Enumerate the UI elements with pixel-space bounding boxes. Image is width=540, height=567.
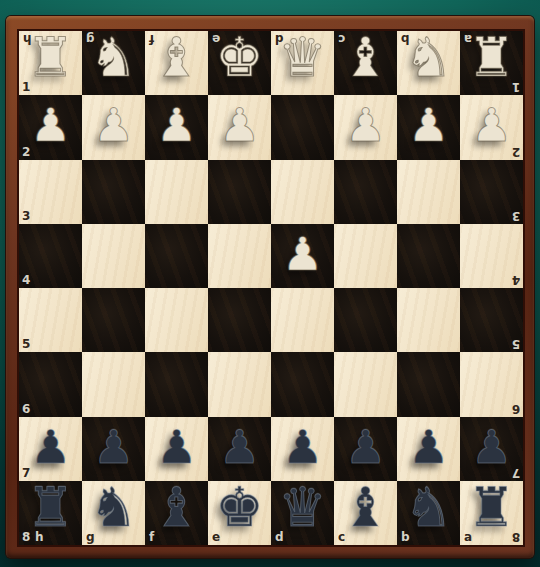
square-d4[interactable]: ♟: [271, 224, 334, 288]
file-label-top-a: a: [464, 33, 472, 45]
square-g2[interactable]: ♟: [82, 95, 145, 159]
black-pawn-piece: ♟: [145, 415, 208, 479]
table-background: ♜h1♞g♝f♚e♛d♝c♞b♜a1♟2♟♟♟♟♟♟2334♟45566♟7♟♟…: [0, 0, 540, 567]
rank-label-left-3: 3: [22, 210, 30, 222]
black-pawn-piece: ♟: [271, 415, 334, 479]
square-a6[interactable]: 6: [460, 352, 523, 416]
file-label-bottom-f: f: [149, 531, 154, 543]
square-d6[interactable]: [271, 352, 334, 416]
rank-label-left-5: 5: [22, 338, 30, 350]
square-f6[interactable]: [145, 352, 208, 416]
square-f8[interactable]: ♝f: [145, 481, 208, 545]
rank-label-right-1: 1: [512, 81, 520, 93]
square-g3[interactable]: [82, 160, 145, 224]
square-h8[interactable]: ♜h8: [19, 481, 82, 545]
file-label-top-c: c: [338, 33, 345, 45]
square-a5[interactable]: 5: [460, 288, 523, 352]
square-d3[interactable]: [271, 160, 334, 224]
square-a4[interactable]: 4: [460, 224, 523, 288]
board-frame: ♜h1♞g♝f♚e♛d♝c♞b♜a1♟2♟♟♟♟♟♟2334♟45566♟7♟♟…: [6, 16, 534, 558]
rank-label-left-2: 2: [22, 146, 30, 158]
rank-label-left-8: 8: [22, 531, 30, 543]
black-pawn-piece: ♟: [208, 415, 271, 479]
square-b8[interactable]: ♞b: [397, 481, 460, 545]
square-a7[interactable]: ♟7: [460, 417, 523, 481]
file-label-top-e: e: [212, 33, 220, 45]
square-a8[interactable]: ♜a8: [460, 481, 523, 545]
square-d1[interactable]: ♛d: [271, 31, 334, 95]
white-bishop-piece: ♝: [145, 26, 208, 90]
square-b7[interactable]: ♟: [397, 417, 460, 481]
square-h4[interactable]: 4: [19, 224, 82, 288]
square-c3[interactable]: [334, 160, 397, 224]
square-b1[interactable]: ♞b: [397, 31, 460, 95]
square-h7[interactable]: ♟7: [19, 417, 82, 481]
file-label-top-b: b: [401, 33, 410, 45]
rank-label-left-1: 1: [22, 81, 30, 93]
square-b6[interactable]: [397, 352, 460, 416]
square-d2[interactable]: [271, 95, 334, 159]
file-label-bottom-h: h: [35, 531, 44, 543]
white-pawn-piece: ♟: [145, 93, 208, 157]
file-label-top-d: d: [275, 33, 284, 45]
rank-label-right-7: 7: [512, 467, 520, 479]
black-bishop-piece: ♝: [145, 476, 208, 540]
square-h5[interactable]: 5: [19, 288, 82, 352]
square-b4[interactable]: [397, 224, 460, 288]
rank-label-left-6: 6: [22, 403, 30, 415]
square-d5[interactable]: [271, 288, 334, 352]
square-b5[interactable]: [397, 288, 460, 352]
square-c8[interactable]: ♝c: [334, 481, 397, 545]
square-g6[interactable]: [82, 352, 145, 416]
square-e1[interactable]: ♚e: [208, 31, 271, 95]
square-h3[interactable]: 3: [19, 160, 82, 224]
square-e5[interactable]: [208, 288, 271, 352]
rank-label-left-7: 7: [22, 467, 30, 479]
white-pawn-piece: ♟: [334, 93, 397, 157]
square-c6[interactable]: [334, 352, 397, 416]
square-d7[interactable]: ♟: [271, 417, 334, 481]
black-pawn-piece: ♟: [397, 415, 460, 479]
square-c1[interactable]: ♝c: [334, 31, 397, 95]
square-f1[interactable]: ♝f: [145, 31, 208, 95]
file-label-bottom-c: c: [338, 531, 345, 543]
rank-label-left-4: 4: [22, 274, 30, 286]
square-g8[interactable]: ♞g: [82, 481, 145, 545]
square-a3[interactable]: 3: [460, 160, 523, 224]
black-pawn-piece: ♟: [82, 415, 145, 479]
file-label-bottom-g: g: [86, 531, 95, 543]
square-e7[interactable]: ♟: [208, 417, 271, 481]
white-pawn-piece: ♟: [82, 93, 145, 157]
white-pawn-piece: ♟: [397, 93, 460, 157]
square-c2[interactable]: ♟: [334, 95, 397, 159]
square-f7[interactable]: ♟: [145, 417, 208, 481]
square-c7[interactable]: ♟: [334, 417, 397, 481]
rank-label-right-2: 2: [512, 146, 520, 158]
square-b3[interactable]: [397, 160, 460, 224]
square-h2[interactable]: ♟2: [19, 95, 82, 159]
square-e8[interactable]: ♚e: [208, 481, 271, 545]
square-e2[interactable]: ♟: [208, 95, 271, 159]
square-g4[interactable]: [82, 224, 145, 288]
file-label-top-h: h: [23, 33, 32, 45]
square-a2[interactable]: ♟2: [460, 95, 523, 159]
white-pawn-piece: ♟: [208, 93, 271, 157]
square-c5[interactable]: [334, 288, 397, 352]
square-a1[interactable]: ♜a1: [460, 31, 523, 95]
rank-label-right-6: 6: [512, 403, 520, 415]
square-g1[interactable]: ♞g: [82, 31, 145, 95]
chess-board: ♜h1♞g♝f♚e♛d♝c♞b♜a1♟2♟♟♟♟♟♟2334♟45566♟7♟♟…: [19, 31, 523, 545]
rank-label-right-5: 5: [512, 338, 520, 350]
file-label-bottom-e: e: [212, 531, 220, 543]
rank-label-right-3: 3: [512, 210, 520, 222]
square-f4[interactable]: [145, 224, 208, 288]
square-f2[interactable]: ♟: [145, 95, 208, 159]
square-d8[interactable]: ♛d: [271, 481, 334, 545]
file-label-bottom-a: a: [464, 531, 472, 543]
square-f3[interactable]: [145, 160, 208, 224]
square-e3[interactable]: [208, 160, 271, 224]
square-h6[interactable]: 6: [19, 352, 82, 416]
rank-label-right-4: 4: [512, 274, 520, 286]
square-g5[interactable]: [82, 288, 145, 352]
file-label-bottom-d: d: [275, 531, 284, 543]
black-pawn-piece: ♟: [334, 415, 397, 479]
file-label-top-g: g: [86, 33, 95, 45]
square-e4[interactable]: [208, 224, 271, 288]
square-b2[interactable]: ♟: [397, 95, 460, 159]
square-c4[interactable]: [334, 224, 397, 288]
file-label-bottom-b: b: [401, 531, 410, 543]
square-e6[interactable]: [208, 352, 271, 416]
file-label-top-f: f: [149, 33, 154, 45]
white-pawn-piece: ♟: [271, 222, 334, 286]
rank-label-right-8: 8: [512, 531, 520, 543]
square-g7[interactable]: ♟: [82, 417, 145, 481]
square-f5[interactable]: [145, 288, 208, 352]
square-h1[interactable]: ♜h1: [19, 31, 82, 95]
